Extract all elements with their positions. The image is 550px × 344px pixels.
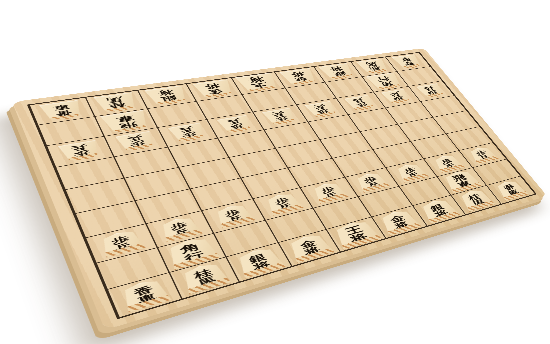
piece-kanji: 角行 [179, 242, 206, 264]
piece-kanji: 歩兵 [178, 126, 198, 139]
piece-kanji: 香車 [51, 103, 73, 117]
piece-kanji: 歩兵 [126, 134, 147, 148]
piece-kanji: 歩兵 [475, 149, 492, 161]
piece-kanji: 銀将 [328, 66, 347, 77]
piece-kanji: 歩兵 [110, 234, 133, 252]
piece-kanji: 歩兵 [274, 196, 295, 211]
piece-kanji: 桂馬 [467, 193, 487, 208]
piece-kanji: 歩兵 [320, 185, 340, 200]
board-grid: 香車桂馬銀将金将玉将金将銀将桂馬香車飛車角行歩兵歩兵歩兵歩兵歩兵歩兵歩兵歩兵歩兵… [27, 52, 537, 319]
piece-kanji: 金将 [204, 82, 225, 95]
piece-kanji: 歩兵 [224, 208, 245, 224]
piece-kanji: 歩兵 [423, 86, 439, 96]
piece-kanji: 歩兵 [226, 118, 245, 131]
piece-kanji: 歩兵 [169, 220, 191, 237]
piece-kanji: 飛車 [114, 114, 138, 130]
piece-pawn-gote: 歩兵 [381, 89, 414, 105]
piece-kanji: 桂馬 [106, 96, 128, 110]
piece-kanji: 銀将 [429, 203, 450, 219]
photo-scene: 香車桂馬銀将金将玉将金将銀将桂馬香車飛車角行歩兵歩兵歩兵歩兵歩兵歩兵歩兵歩兵歩兵… [0, 0, 550, 344]
piece-kanji: 歩兵 [389, 91, 406, 102]
piece-kanji: 王将 [344, 224, 370, 244]
piece-kanji: 香車 [133, 284, 158, 305]
piece-kanji: 玉将 [247, 76, 270, 90]
piece-kanji: 角行 [375, 75, 395, 87]
piece-kanji: 歩兵 [313, 104, 331, 116]
piece-kanji: 歩兵 [70, 144, 92, 159]
piece-kanji: 金将 [298, 238, 322, 257]
piece-pawn-gote: 歩兵 [416, 83, 448, 99]
shogi-board: 香車桂馬銀将金将玉将金将銀将桂馬香車飛車角行歩兵歩兵歩兵歩兵歩兵歩兵歩兵歩兵歩兵… [12, 48, 547, 330]
piece-knight-sente: 桂馬 [456, 188, 496, 212]
piece-kanji: 銀将 [247, 252, 272, 272]
piece-kanji: 飛車 [451, 174, 473, 190]
piece-kanji: 桂馬 [193, 268, 218, 289]
piece-kanji: 歩兵 [271, 111, 289, 123]
piece-kanji: 歩兵 [363, 175, 382, 189]
piece-kanji: 金将 [290, 71, 309, 83]
piece-kanji: 香車 [400, 57, 416, 67]
piece-kanji: 桂馬 [365, 61, 382, 72]
piece-lance-sente: 香車 [493, 179, 529, 201]
piece-kanji: 銀将 [157, 89, 179, 103]
piece-kanji: 香車 [502, 183, 520, 197]
piece-kanji: 歩兵 [402, 166, 420, 179]
piece-kanji: 歩兵 [352, 97, 369, 108]
piece-kanji: 歩兵 [440, 157, 458, 170]
piece-kanji: 金将 [389, 214, 411, 231]
